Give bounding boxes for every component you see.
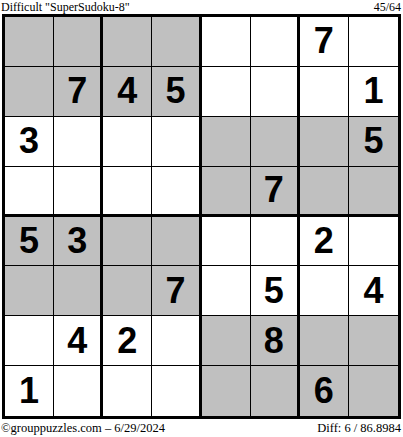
given-digit: 1: [363, 73, 383, 109]
cell-r8c3[interactable]: [103, 366, 152, 416]
given-digit: 4: [363, 273, 383, 309]
given-digit: 2: [117, 323, 137, 359]
cell-r5c4[interactable]: [152, 217, 201, 267]
cell-r2c1[interactable]: [5, 67, 54, 117]
cell-r3c3[interactable]: [103, 117, 152, 167]
cell-r2c2[interactable]: 7: [54, 67, 103, 117]
given-digit: 1: [19, 373, 39, 409]
blank-count: 45/64: [374, 1, 401, 14]
given-digit: 7: [165, 273, 185, 309]
given-digit: 5: [363, 123, 383, 159]
given-digit: 2: [314, 223, 334, 259]
cell-r1c1[interactable]: [5, 17, 54, 67]
cell-r5c7[interactable]: 2: [300, 217, 349, 267]
cell-r7c2[interactable]: 4: [54, 316, 103, 366]
cell-r3c2[interactable]: [54, 117, 103, 167]
cell-r7c5[interactable]: [202, 316, 251, 366]
given-digit: 4: [117, 73, 137, 109]
sudoku-grid: 7745135753275442816: [2, 14, 401, 419]
cell-r8c4[interactable]: [152, 366, 201, 416]
cell-r3c6[interactable]: [251, 117, 300, 167]
given-digit: 3: [19, 123, 39, 159]
cell-r6c3[interactable]: [103, 266, 152, 316]
cell-r5c3[interactable]: [103, 217, 152, 267]
cell-r4c1[interactable]: [5, 167, 54, 217]
cell-r6c8[interactable]: 4: [349, 266, 398, 316]
cell-r4c4[interactable]: [152, 167, 201, 217]
cell-r8c6[interactable]: [251, 366, 300, 416]
difficulty-rating: Diff: 6 / 86.8984: [317, 421, 401, 435]
cell-r6c6[interactable]: 5: [251, 266, 300, 316]
copyright-credit: ©grouppuzzles.com – 6/29/2024: [1, 421, 165, 435]
cell-r4c5[interactable]: [202, 167, 251, 217]
cell-r4c7[interactable]: [300, 167, 349, 217]
cell-r2c3[interactable]: 4: [103, 67, 152, 117]
cell-r4c8[interactable]: [349, 167, 398, 217]
cell-r6c7[interactable]: [300, 266, 349, 316]
footer: ©grouppuzzles.com – 6/29/2024 Diff: 6 / …: [0, 419, 403, 437]
cell-r5c6[interactable]: [251, 217, 300, 267]
cell-r4c2[interactable]: [54, 167, 103, 217]
cell-r3c7[interactable]: [300, 117, 349, 167]
given-digit: 7: [67, 73, 87, 109]
cell-r8c7[interactable]: 6: [300, 366, 349, 416]
cell-r8c5[interactable]: [202, 366, 251, 416]
cell-r5c1[interactable]: 5: [5, 217, 54, 267]
cell-r2c4[interactable]: 5: [152, 67, 201, 117]
cell-r1c6[interactable]: [251, 17, 300, 67]
cell-r7c3[interactable]: 2: [103, 316, 152, 366]
cell-r8c2[interactable]: [54, 366, 103, 416]
cell-r3c8[interactable]: 5: [349, 117, 398, 167]
cell-r7c4[interactable]: [152, 316, 201, 366]
cell-r2c8[interactable]: 1: [349, 67, 398, 117]
cell-r1c7[interactable]: 7: [300, 17, 349, 67]
given-digit: 5: [165, 73, 185, 109]
cell-r2c6[interactable]: [251, 67, 300, 117]
cell-r7c7[interactable]: [300, 316, 349, 366]
cell-r3c1[interactable]: 3: [5, 117, 54, 167]
cell-r8c1[interactable]: 1: [5, 366, 54, 416]
cell-r1c8[interactable]: [349, 17, 398, 67]
given-digit: 5: [19, 223, 39, 259]
given-digit: 4: [67, 323, 87, 359]
cell-r6c5[interactable]: [202, 266, 251, 316]
given-digit: 6: [314, 373, 334, 409]
cell-r2c7[interactable]: [300, 67, 349, 117]
cell-r7c8[interactable]: [349, 316, 398, 366]
cell-r4c3[interactable]: [103, 167, 152, 217]
cell-r7c6[interactable]: 8: [251, 316, 300, 366]
cell-r8c8[interactable]: [349, 366, 398, 416]
cell-r2c5[interactable]: [202, 67, 251, 117]
page-title: Difficult "SuperSudoku-8": [1, 1, 130, 14]
header: Difficult "SuperSudoku-8" 45/64: [0, 0, 403, 14]
cell-r6c4[interactable]: 7: [152, 266, 201, 316]
cell-r3c5[interactable]: [202, 117, 251, 167]
cell-r6c1[interactable]: [5, 266, 54, 316]
cell-r5c8[interactable]: [349, 217, 398, 267]
cell-r1c4[interactable]: [152, 17, 201, 67]
given-digit: 3: [67, 223, 87, 259]
cell-r3c4[interactable]: [152, 117, 201, 167]
cell-r5c2[interactable]: 3: [54, 217, 103, 267]
cell-r1c2[interactable]: [54, 17, 103, 67]
cell-r1c5[interactable]: [202, 17, 251, 67]
given-digit: 8: [264, 323, 284, 359]
cell-r6c2[interactable]: [54, 266, 103, 316]
cell-r4c6[interactable]: 7: [251, 167, 300, 217]
given-digit: 7: [314, 23, 334, 59]
given-digit: 5: [264, 273, 284, 309]
cell-r1c3[interactable]: [103, 17, 152, 67]
cell-r7c1[interactable]: [5, 316, 54, 366]
cell-r5c5[interactable]: [202, 217, 251, 267]
given-digit: 7: [264, 172, 284, 208]
sudoku-page: Difficult "SuperSudoku-8" 45/64 77451357…: [0, 0, 403, 437]
